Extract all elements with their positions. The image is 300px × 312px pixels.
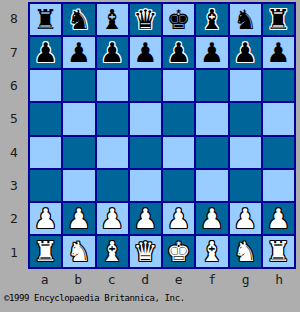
- square-h4[interactable]: [263, 137, 294, 168]
- square-d3[interactable]: [130, 170, 161, 201]
- rank-label-7: 7: [0, 35, 28, 68]
- square-b5[interactable]: [63, 103, 94, 134]
- square-f3[interactable]: [196, 170, 227, 201]
- square-d5[interactable]: [130, 103, 161, 134]
- square-d2[interactable]: ♟: [130, 203, 161, 234]
- rank-labels: 87654321: [0, 2, 28, 269]
- black-bishop-piece: ♝: [100, 6, 124, 33]
- square-c8[interactable]: ♝: [97, 4, 128, 35]
- square-b6[interactable]: [63, 70, 94, 101]
- chess-board: ♜♞♝♛♚♝♞♜♟♟♟♟♟♟♟♟♟♟♟♟♟♟♟♟♜♞♝♛♚♝♞♜: [28, 2, 296, 269]
- square-g6[interactable]: [230, 70, 261, 101]
- square-e3[interactable]: [163, 170, 194, 201]
- square-e4[interactable]: [163, 137, 194, 168]
- square-f7[interactable]: ♟: [196, 37, 227, 68]
- square-b2[interactable]: ♟: [63, 203, 94, 234]
- white-pawn-piece: ♟: [67, 205, 91, 232]
- square-c6[interactable]: [97, 70, 128, 101]
- square-f5[interactable]: [196, 103, 227, 134]
- square-f2[interactable]: ♟: [196, 203, 227, 234]
- square-f6[interactable]: [196, 70, 227, 101]
- square-c7[interactable]: ♟: [97, 37, 128, 68]
- black-knight-piece: ♞: [233, 6, 257, 33]
- black-bishop-piece: ♝: [200, 6, 224, 33]
- white-pawn-piece: ♟: [34, 205, 58, 232]
- black-knight-piece: ♞: [67, 6, 91, 33]
- file-labels: abcdefgh: [28, 269, 296, 289]
- rank-label-1: 1: [0, 236, 28, 269]
- square-a5[interactable]: [30, 103, 61, 134]
- white-pawn-piece: ♟: [100, 205, 124, 232]
- file-label-h: h: [263, 269, 297, 289]
- square-a7[interactable]: ♟: [30, 37, 61, 68]
- white-queen-piece: ♛: [133, 238, 157, 265]
- rank-label-8: 8: [0, 2, 28, 35]
- square-e8[interactable]: ♚: [163, 4, 194, 35]
- copyright-text: ©1999 Encyclopaedia Britannica, Inc.: [4, 293, 185, 303]
- square-h1[interactable]: ♜: [263, 236, 294, 267]
- square-f1[interactable]: ♝: [196, 236, 227, 267]
- white-bishop-piece: ♝: [100, 238, 124, 265]
- rank-label-6: 6: [0, 69, 28, 102]
- square-c1[interactable]: ♝: [97, 236, 128, 267]
- rank-label-5: 5: [0, 102, 28, 135]
- square-e6[interactable]: [163, 70, 194, 101]
- file-label-f: f: [196, 269, 230, 289]
- square-d4[interactable]: [130, 137, 161, 168]
- square-g7[interactable]: ♟: [230, 37, 261, 68]
- square-f8[interactable]: ♝: [196, 4, 227, 35]
- black-rook-piece: ♜: [34, 6, 58, 33]
- file-label-d: d: [129, 269, 163, 289]
- file-label-b: b: [62, 269, 96, 289]
- square-h6[interactable]: [263, 70, 294, 101]
- square-b4[interactable]: [63, 137, 94, 168]
- white-knight-piece: ♞: [67, 238, 91, 265]
- square-e7[interactable]: ♟: [163, 37, 194, 68]
- white-pawn-piece: ♟: [266, 205, 290, 232]
- square-b3[interactable]: [63, 170, 94, 201]
- black-pawn-piece: ♟: [266, 39, 290, 66]
- white-pawn-piece: ♟: [200, 205, 224, 232]
- white-rook-piece: ♜: [266, 238, 290, 265]
- square-e2[interactable]: ♟: [163, 203, 194, 234]
- file-label-e: e: [162, 269, 196, 289]
- square-h5[interactable]: [263, 103, 294, 134]
- square-b7[interactable]: ♟: [63, 37, 94, 68]
- square-e5[interactable]: [163, 103, 194, 134]
- square-c5[interactable]: [97, 103, 128, 134]
- square-a8[interactable]: ♜: [30, 4, 61, 35]
- white-pawn-piece: ♟: [133, 205, 157, 232]
- square-c2[interactable]: ♟: [97, 203, 128, 234]
- black-pawn-piece: ♟: [34, 39, 58, 66]
- file-label-g: g: [229, 269, 263, 289]
- black-rook-piece: ♜: [266, 6, 290, 33]
- square-d6[interactable]: [130, 70, 161, 101]
- white-bishop-piece: ♝: [200, 238, 224, 265]
- white-king-piece: ♚: [167, 238, 191, 265]
- white-pawn-piece: ♟: [167, 205, 191, 232]
- square-d7[interactable]: ♟: [130, 37, 161, 68]
- white-knight-piece: ♞: [233, 238, 257, 265]
- file-label-a: a: [28, 269, 62, 289]
- black-pawn-piece: ♟: [67, 39, 91, 66]
- white-rook-piece: ♜: [34, 238, 58, 265]
- square-g5[interactable]: [230, 103, 261, 134]
- square-a2[interactable]: ♟: [30, 203, 61, 234]
- square-a3[interactable]: [30, 170, 61, 201]
- file-label-c: c: [95, 269, 129, 289]
- square-a1[interactable]: ♜: [30, 236, 61, 267]
- black-pawn-piece: ♟: [100, 39, 124, 66]
- rank-label-4: 4: [0, 136, 28, 169]
- square-d1[interactable]: ♛: [130, 236, 161, 267]
- square-h8[interactable]: ♜: [263, 4, 294, 35]
- black-pawn-piece: ♟: [133, 39, 157, 66]
- square-h2[interactable]: ♟: [263, 203, 294, 234]
- square-f4[interactable]: [196, 137, 227, 168]
- black-pawn-piece: ♟: [233, 39, 257, 66]
- square-g3[interactable]: [230, 170, 261, 201]
- black-king-piece: ♚: [167, 6, 191, 33]
- square-g8[interactable]: ♞: [230, 4, 261, 35]
- square-g1[interactable]: ♞: [230, 236, 261, 267]
- black-queen-piece: ♛: [133, 6, 157, 33]
- square-h3[interactable]: [263, 170, 294, 201]
- black-pawn-piece: ♟: [200, 39, 224, 66]
- square-h7[interactable]: ♟: [263, 37, 294, 68]
- square-c3[interactable]: [97, 170, 128, 201]
- square-g2[interactable]: ♟: [230, 203, 261, 234]
- square-a4[interactable]: [30, 137, 61, 168]
- square-b8[interactable]: ♞: [63, 4, 94, 35]
- black-pawn-piece: ♟: [167, 39, 191, 66]
- white-pawn-piece: ♟: [233, 205, 257, 232]
- square-b1[interactable]: ♞: [63, 236, 94, 267]
- rank-label-2: 2: [0, 202, 28, 235]
- rank-label-3: 3: [0, 169, 28, 202]
- square-c4[interactable]: [97, 137, 128, 168]
- square-d8[interactable]: ♛: [130, 4, 161, 35]
- square-a6[interactable]: [30, 70, 61, 101]
- square-g4[interactable]: [230, 137, 261, 168]
- square-e1[interactable]: ♚: [163, 236, 194, 267]
